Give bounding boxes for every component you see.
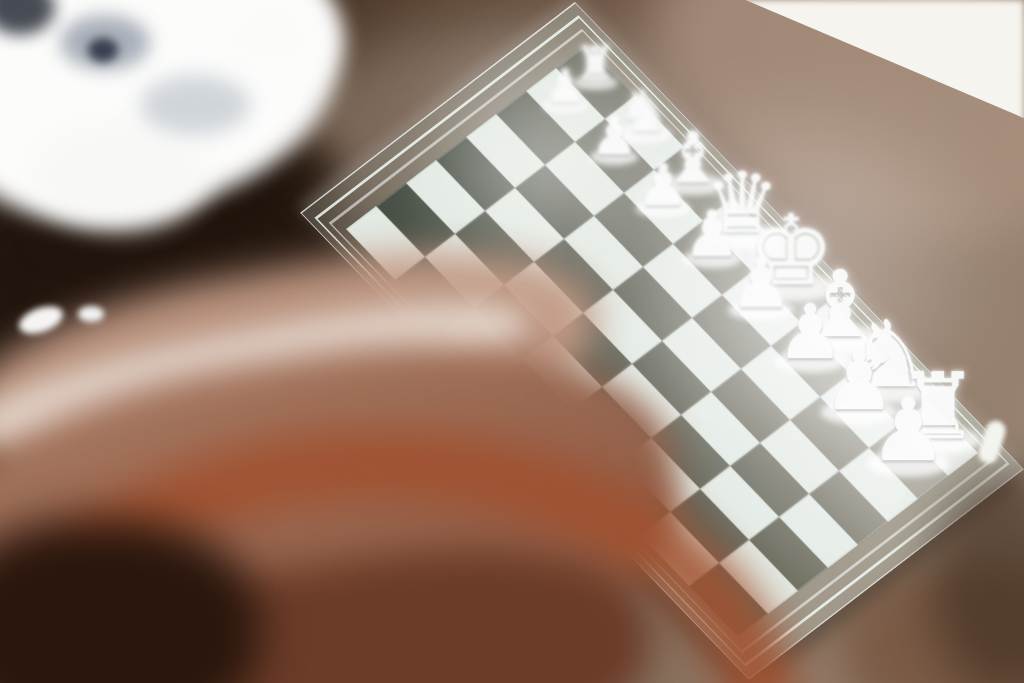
photo-scene: ♜♞♝♛♚♝♞♜♟♟♟♟♟♟♟♟ rnbqkbnr/pppppppp/8/8/8… [0,0,1024,683]
doily-shading [140,75,250,135]
piece-white-pawn-c2: ♟ [637,157,689,215]
doily-dark-spot [88,38,118,62]
piece-white-pawn-b2: ♟ [591,111,637,163]
doily-edge [30,120,210,230]
piece-white-pawn-h2: ♟ [869,387,947,474]
